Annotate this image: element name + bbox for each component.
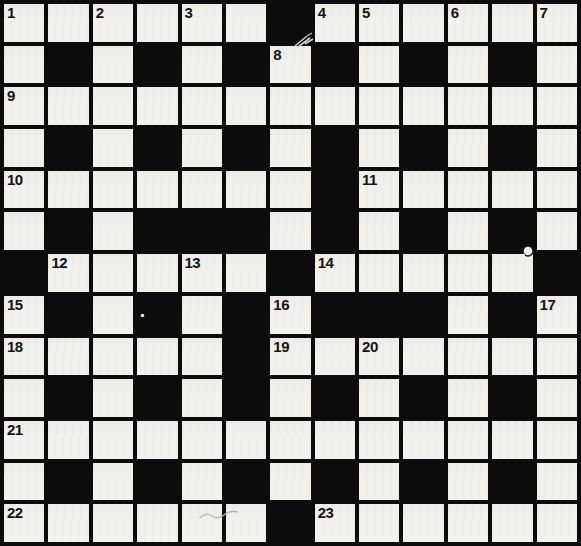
cell-r10-c2[interactable] <box>93 421 133 459</box>
clue-number-10: 10 <box>7 171 23 188</box>
cell-r3-c9 <box>403 129 443 167</box>
cell-r12-c1[interactable] <box>48 504 88 542</box>
cell-r10-c6[interactable] <box>270 421 310 459</box>
cell-r3-c10[interactable] <box>448 129 488 167</box>
cell-r7-c12[interactable]: 17 <box>537 296 577 334</box>
cell-r4-c2[interactable] <box>93 171 133 209</box>
cell-r1-c1 <box>48 46 88 84</box>
cell-r11-c3 <box>137 463 177 501</box>
cell-r12-c11[interactable] <box>492 504 532 542</box>
cell-r8-c2[interactable] <box>93 338 133 376</box>
cell-r1-c5 <box>226 46 266 84</box>
cell-r9-c11 <box>492 379 532 417</box>
cell-r8-c9[interactable] <box>403 338 443 376</box>
cell-r5-c10[interactable] <box>448 212 488 250</box>
cell-r5-c5 <box>226 212 266 250</box>
cell-r5-c12[interactable] <box>537 212 577 250</box>
cell-r3-c3 <box>137 129 177 167</box>
cell-r9-c6[interactable] <box>270 379 310 417</box>
cell-r6-c0 <box>4 254 44 292</box>
cell-r6-c3[interactable] <box>137 254 177 292</box>
cell-r12-c0[interactable]: 22 <box>4 504 44 542</box>
cell-r12-c5[interactable] <box>226 504 266 542</box>
cell-r3-c5 <box>226 129 266 167</box>
cell-r0-c12[interactable]: 7 <box>537 4 577 42</box>
cell-r9-c0[interactable] <box>4 379 44 417</box>
clue-number-17: 17 <box>540 296 556 313</box>
cell-r6-c5[interactable] <box>226 254 266 292</box>
clue-number-8: 8 <box>273 46 281 63</box>
cell-r12-c8[interactable] <box>359 504 399 542</box>
cell-r12-c7[interactable]: 23 <box>315 504 355 542</box>
cell-r12-c3[interactable] <box>137 504 177 542</box>
clue-number-20: 20 <box>362 338 378 355</box>
cell-r10-c5[interactable] <box>226 421 266 459</box>
cell-r1-c8[interactable] <box>359 46 399 84</box>
cell-r2-c5[interactable] <box>226 87 266 125</box>
cell-r0-c4[interactable]: 3 <box>182 4 222 42</box>
clue-number-18: 18 <box>7 338 23 355</box>
cell-r8-c5 <box>226 338 266 376</box>
cell-r1-c4[interactable] <box>182 46 222 84</box>
clue-number-9: 9 <box>7 87 15 104</box>
cell-r12-c9[interactable] <box>403 504 443 542</box>
cell-r4-c8[interactable]: 11 <box>359 171 399 209</box>
cell-r1-c9 <box>403 46 443 84</box>
cell-r7-c4[interactable] <box>182 296 222 334</box>
cell-r11-c11 <box>492 463 532 501</box>
clue-number-5: 5 <box>362 4 370 21</box>
clue-number-2: 2 <box>96 4 104 21</box>
cell-r9-c3 <box>137 379 177 417</box>
cell-r4-c5[interactable] <box>226 171 266 209</box>
clue-number-7: 7 <box>540 4 548 21</box>
cell-r5-c11 <box>492 212 532 250</box>
cell-r4-c1[interactable] <box>48 171 88 209</box>
cell-r2-c3[interactable] <box>137 87 177 125</box>
cell-r2-c12[interactable] <box>537 87 577 125</box>
cell-r11-c2[interactable] <box>93 463 133 501</box>
cell-r12-c10[interactable] <box>448 504 488 542</box>
cell-r12-c12[interactable] <box>537 504 577 542</box>
cell-r4-c3[interactable] <box>137 171 177 209</box>
cell-r10-c0[interactable]: 21 <box>4 421 44 459</box>
cell-r3-c12[interactable] <box>537 129 577 167</box>
cell-r7-c5 <box>226 296 266 334</box>
cell-r5-c8[interactable] <box>359 212 399 250</box>
cell-r8-c10[interactable] <box>448 338 488 376</box>
cell-r5-c4 <box>182 212 222 250</box>
crossword-board: 1234567891011121314151617181920212223 <box>0 0 581 546</box>
cell-r11-c10[interactable] <box>448 463 488 501</box>
cell-r0-c9[interactable] <box>403 4 443 42</box>
cell-r3-c6[interactable] <box>270 129 310 167</box>
cell-r6-c6 <box>270 254 310 292</box>
cell-r1-c2[interactable] <box>93 46 133 84</box>
cell-r4-c9[interactable] <box>403 171 443 209</box>
cell-r11-c5 <box>226 463 266 501</box>
cell-r9-c2[interactable] <box>93 379 133 417</box>
cell-r2-c2[interactable] <box>93 87 133 125</box>
clue-number-4: 4 <box>318 4 326 21</box>
cell-r1-c10[interactable] <box>448 46 488 84</box>
cell-r9-c8[interactable] <box>359 379 399 417</box>
cell-r6-c12 <box>537 254 577 292</box>
clue-number-15: 15 <box>7 296 23 313</box>
cell-r2-c6[interactable] <box>270 87 310 125</box>
clue-number-22: 22 <box>7 504 23 521</box>
cell-r12-c4[interactable] <box>182 504 222 542</box>
cell-r9-c10[interactable] <box>448 379 488 417</box>
clue-number-3: 3 <box>185 4 193 21</box>
cell-r2-c9[interactable] <box>403 87 443 125</box>
cell-r0-c1[interactable] <box>48 4 88 42</box>
cell-r4-c0[interactable]: 10 <box>4 171 44 209</box>
cell-r8-c11[interactable] <box>492 338 532 376</box>
cell-r12-c6 <box>270 504 310 542</box>
cell-r2-c4[interactable] <box>182 87 222 125</box>
cell-r1-c7 <box>315 46 355 84</box>
cell-r6-c1[interactable]: 12 <box>48 254 88 292</box>
cell-r9-c9 <box>403 379 443 417</box>
cell-r7-c10[interactable] <box>448 296 488 334</box>
cell-r0-c6 <box>270 4 310 42</box>
cell-r10-c1[interactable] <box>48 421 88 459</box>
cell-r8-c0[interactable]: 18 <box>4 338 44 376</box>
cell-r6-c11[interactable] <box>492 254 532 292</box>
cell-r0-c3[interactable] <box>137 4 177 42</box>
cell-r7-c9 <box>403 296 443 334</box>
clue-number-6: 6 <box>451 4 459 21</box>
cell-r10-c3[interactable] <box>137 421 177 459</box>
cell-r10-c8[interactable] <box>359 421 399 459</box>
cell-r11-c1 <box>48 463 88 501</box>
cell-r4-c10[interactable] <box>448 171 488 209</box>
cell-r7-c6[interactable]: 16 <box>270 296 310 334</box>
cell-r11-c0[interactable] <box>4 463 44 501</box>
cell-r0-c2[interactable]: 2 <box>93 4 133 42</box>
cell-r3-c8[interactable] <box>359 129 399 167</box>
cell-r2-c8[interactable] <box>359 87 399 125</box>
cell-r1-c6[interactable]: 8 <box>270 46 310 84</box>
cell-r8-c4[interactable] <box>182 338 222 376</box>
cell-r7-c7 <box>315 296 355 334</box>
cell-r12-c2[interactable] <box>93 504 133 542</box>
cell-r8-c7[interactable] <box>315 338 355 376</box>
clue-number-1: 1 <box>7 4 15 21</box>
cell-r5-c3 <box>137 212 177 250</box>
cell-r10-c10[interactable] <box>448 421 488 459</box>
cell-r7-c11 <box>492 296 532 334</box>
cell-r6-c2[interactable] <box>93 254 133 292</box>
cell-r10-c12[interactable] <box>537 421 577 459</box>
cell-r9-c1 <box>48 379 88 417</box>
cell-r8-c3[interactable] <box>137 338 177 376</box>
cell-r5-c2[interactable] <box>93 212 133 250</box>
cell-r1-c11 <box>492 46 532 84</box>
cell-r5-c9 <box>403 212 443 250</box>
cell-r5-c7 <box>315 212 355 250</box>
cell-r8-c12[interactable] <box>537 338 577 376</box>
cell-r0-c11[interactable] <box>492 4 532 42</box>
cell-r3-c7 <box>315 129 355 167</box>
cell-r11-c8[interactable] <box>359 463 399 501</box>
cell-r7-c1 <box>48 296 88 334</box>
cell-r10-c7[interactable] <box>315 421 355 459</box>
clue-number-16: 16 <box>273 296 289 313</box>
cell-r7-c0[interactable]: 15 <box>4 296 44 334</box>
cell-r10-c4[interactable] <box>182 421 222 459</box>
cell-r10-c11[interactable] <box>492 421 532 459</box>
clue-number-19: 19 <box>273 338 289 355</box>
cell-r2-c1[interactable] <box>48 87 88 125</box>
cell-r1-c12[interactable] <box>537 46 577 84</box>
cell-r0-c8[interactable]: 5 <box>359 4 399 42</box>
cell-r5-c1 <box>48 212 88 250</box>
cell-r6-c4[interactable]: 13 <box>182 254 222 292</box>
cell-r7-c2[interactable] <box>93 296 133 334</box>
cell-r4-c4[interactable] <box>182 171 222 209</box>
cell-r4-c12[interactable] <box>537 171 577 209</box>
cell-r2-c0[interactable]: 9 <box>4 87 44 125</box>
cell-r6-c9[interactable] <box>403 254 443 292</box>
cell-r5-c6[interactable] <box>270 212 310 250</box>
cell-r11-c12[interactable] <box>537 463 577 501</box>
cell-r3-c0[interactable] <box>4 129 44 167</box>
cell-r6-c10[interactable] <box>448 254 488 292</box>
cell-r9-c4[interactable] <box>182 379 222 417</box>
cell-r7-c3 <box>137 296 177 334</box>
cell-r6-c7[interactable]: 14 <box>315 254 355 292</box>
cell-r0-c10[interactable]: 6 <box>448 4 488 42</box>
cell-r9-c7 <box>315 379 355 417</box>
clue-number-21: 21 <box>7 421 23 438</box>
cell-r3-c1 <box>48 129 88 167</box>
clue-number-13: 13 <box>185 254 201 271</box>
cell-r11-c9 <box>403 463 443 501</box>
cell-r8-c8[interactable]: 20 <box>359 338 399 376</box>
cell-r0-c7[interactable]: 4 <box>315 4 355 42</box>
cell-r3-c2[interactable] <box>93 129 133 167</box>
cell-r11-c4[interactable] <box>182 463 222 501</box>
cell-r8-c6[interactable]: 19 <box>270 338 310 376</box>
cell-r3-c4[interactable] <box>182 129 222 167</box>
cell-r7-c8 <box>359 296 399 334</box>
cell-r9-c12[interactable] <box>537 379 577 417</box>
clue-number-23: 23 <box>318 504 334 521</box>
cell-r11-c7 <box>315 463 355 501</box>
cell-r2-c11[interactable] <box>492 87 532 125</box>
cell-r11-c6[interactable] <box>270 463 310 501</box>
cell-r2-c7[interactable] <box>315 87 355 125</box>
cell-r4-c11[interactable] <box>492 171 532 209</box>
cell-r1-c0[interactable] <box>4 46 44 84</box>
clue-number-12: 12 <box>51 254 67 271</box>
cell-r5-c0[interactable] <box>4 212 44 250</box>
clue-number-14: 14 <box>318 254 334 271</box>
cell-r9-c5 <box>226 379 266 417</box>
cell-r0-c5[interactable] <box>226 4 266 42</box>
cell-r0-c0[interactable]: 1 <box>4 4 44 42</box>
cell-r3-c11 <box>492 129 532 167</box>
cell-r4-c7 <box>315 171 355 209</box>
cell-r8-c1[interactable] <box>48 338 88 376</box>
clue-number-11: 11 <box>362 171 377 188</box>
cell-r4-c6[interactable] <box>270 171 310 209</box>
cell-r10-c9[interactable] <box>403 421 443 459</box>
cell-r2-c10[interactable] <box>448 87 488 125</box>
cell-r6-c8[interactable] <box>359 254 399 292</box>
cell-r1-c3 <box>137 46 177 84</box>
crossword-board-frame: 1234567891011121314151617181920212223 <box>0 0 581 546</box>
